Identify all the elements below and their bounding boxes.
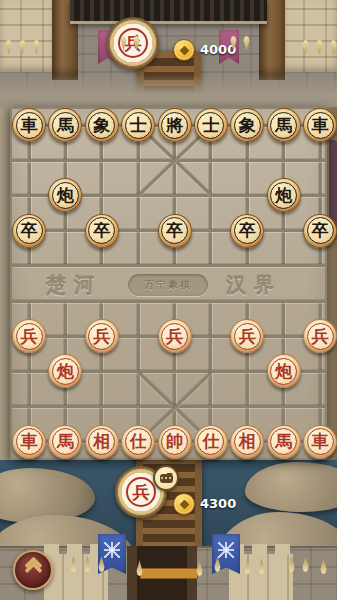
expand-menu-button[interactable] [13, 550, 53, 590]
piece-red-soldier[interactable]: 兵 [158, 319, 192, 353]
opponent-avatar[interactable]: 兵 [107, 17, 159, 69]
piece-red-soldier[interactable]: 兵 [85, 319, 119, 353]
bottom-gate-step [140, 568, 198, 579]
piece-red-soldier[interactable]: 兵 [303, 319, 337, 353]
piece-red-general[interactable]: 帥 [158, 425, 192, 459]
piece-black-soldier[interactable]: 卒 [303, 214, 337, 248]
coin-icon [173, 493, 195, 515]
piece-black-chariot[interactable]: 車 [12, 108, 46, 142]
corner-stone-right [283, 0, 337, 72]
piece-red-elephant[interactable]: 相 [230, 425, 264, 459]
coin-icon [173, 39, 195, 61]
piece-red-advisor[interactable]: 仕 [194, 425, 228, 459]
piece-red-soldier[interactable]: 兵 [12, 319, 46, 353]
speech-bubble-icon [160, 474, 173, 483]
board-grid-line [12, 264, 325, 267]
piece-red-horse[interactable]: 馬 [48, 425, 82, 459]
board-grid-line [12, 159, 325, 162]
piece-red-elephant[interactable]: 相 [85, 425, 119, 459]
board-center-badge: 万宁象棋 [128, 274, 208, 296]
river-label-left: 楚河 [30, 272, 110, 298]
piece-black-advisor[interactable]: 士 [194, 108, 228, 142]
piece-black-general[interactable]: 將 [158, 108, 192, 142]
piece-black-chariot[interactable]: 車 [303, 108, 337, 142]
piece-black-elephant[interactable]: 象 [85, 108, 119, 142]
gate-roof [70, 0, 267, 24]
board-grid-line [12, 300, 325, 303]
game-screen: 楚河 汉界 万宁象棋 兵 4000 兵 4300 車馬象士將士象馬車炮炮卒卒卒卒… [0, 0, 337, 600]
player-avatar-rank: 兵 [126, 477, 156, 507]
piece-black-horse[interactable]: 馬 [267, 108, 301, 142]
piece-red-chariot[interactable]: 車 [12, 425, 46, 459]
piece-black-cannon[interactable]: 炮 [267, 178, 301, 212]
piece-red-cannon[interactable]: 炮 [267, 354, 301, 388]
piece-black-soldier[interactable]: 卒 [158, 214, 192, 248]
piece-red-chariot[interactable]: 車 [303, 425, 337, 459]
piece-black-elephant[interactable]: 象 [230, 108, 264, 142]
rocky-ground [0, 74, 337, 108]
board-grid-line [12, 405, 325, 408]
river-label-right: 汉界 [210, 272, 290, 298]
piece-black-soldier[interactable]: 卒 [85, 214, 119, 248]
piece-black-soldier[interactable]: 卒 [12, 214, 46, 248]
piece-red-advisor[interactable]: 仕 [121, 425, 155, 459]
piece-black-advisor[interactable]: 士 [121, 108, 155, 142]
chat-button[interactable] [153, 465, 179, 491]
chat-dots [165, 477, 167, 479]
player-coin-count: 4300 [200, 493, 236, 515]
opponent-coin-count: 4000 [200, 39, 236, 61]
corner-stone-left [0, 0, 54, 72]
board-side-strip-left [0, 107, 10, 460]
piece-red-horse[interactable]: 馬 [267, 425, 301, 459]
piece-black-soldier[interactable]: 卒 [230, 214, 264, 248]
